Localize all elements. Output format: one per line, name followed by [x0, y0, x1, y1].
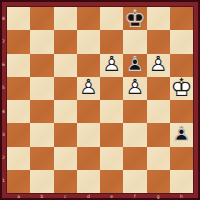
square-h7[interactable]: [170, 30, 193, 53]
file-label-f: f: [134, 194, 136, 199]
square-a2[interactable]: [7, 147, 30, 170]
square-d4[interactable]: [77, 100, 100, 123]
square-g1[interactable]: [147, 170, 170, 193]
square-b7[interactable]: [30, 30, 53, 53]
square-b6[interactable]: [30, 54, 53, 77]
piece-black-king-f8[interactable]: ♚♔: [123, 7, 146, 30]
file-label-c: c: [64, 194, 66, 199]
square-d7[interactable]: [77, 30, 100, 53]
square-b1[interactable]: [30, 170, 53, 193]
piece-black-pawn-f6[interactable]: ♟♙: [123, 54, 146, 77]
square-d1[interactable]: [77, 170, 100, 193]
square-e8[interactable]: [100, 7, 123, 30]
square-c3[interactable]: [54, 123, 77, 146]
board-frame: ♚♔♟♙♟♙♟♙♟♙♟♙♚♔♟♙ 87654321abcdefgh: [0, 0, 200, 200]
square-b4[interactable]: [30, 100, 53, 123]
square-g3[interactable]: [147, 123, 170, 146]
rank-label-6: 6: [2, 63, 5, 68]
square-f5[interactable]: ♟♙: [123, 77, 146, 100]
square-c7[interactable]: [54, 30, 77, 53]
square-b3[interactable]: [30, 123, 53, 146]
square-e6[interactable]: ♟♙: [100, 54, 123, 77]
file-label-h: h: [180, 194, 183, 199]
white-pawn-outline-icon: ♙: [125, 77, 144, 98]
black-pawn-outline-icon: ♙: [172, 124, 191, 145]
piece-black-pawn-h3[interactable]: ♟♙: [170, 123, 193, 146]
white-king-outline-icon: ♔: [170, 75, 192, 100]
square-c4[interactable]: [54, 100, 77, 123]
square-c6[interactable]: [54, 54, 77, 77]
square-a4[interactable]: [7, 100, 30, 123]
square-a1[interactable]: [7, 170, 30, 193]
black-king-outline-icon: ♔: [124, 5, 146, 30]
white-pawn-outline-icon: ♙: [149, 54, 168, 75]
square-h3[interactable]: ♟♙: [170, 123, 193, 146]
square-d2[interactable]: [77, 147, 100, 170]
square-h1[interactable]: [170, 170, 193, 193]
square-h8[interactable]: [170, 7, 193, 30]
square-e7[interactable]: [100, 30, 123, 53]
piece-white-pawn-f5[interactable]: ♟♙: [123, 77, 146, 100]
black-pawn-outline-icon: ♙: [125, 54, 144, 75]
square-d5[interactable]: ♟♙: [77, 77, 100, 100]
square-b5[interactable]: [30, 77, 53, 100]
square-a6[interactable]: [7, 54, 30, 77]
chess-board: ♚♔♟♙♟♙♟♙♟♙♟♙♚♔♟♙: [7, 7, 193, 193]
square-e2[interactable]: [100, 147, 123, 170]
rank-label-8: 8: [2, 16, 5, 21]
square-g4[interactable]: [147, 100, 170, 123]
file-label-d: d: [87, 194, 90, 199]
square-h5[interactable]: ♚♔: [170, 77, 193, 100]
rank-label-4: 4: [2, 109, 5, 114]
piece-white-pawn-e6[interactable]: ♟♙: [100, 54, 123, 77]
square-g6[interactable]: ♟♙: [147, 54, 170, 77]
square-e5[interactable]: [100, 77, 123, 100]
square-d3[interactable]: [77, 123, 100, 146]
square-c1[interactable]: [54, 170, 77, 193]
square-f7[interactable]: [123, 30, 146, 53]
square-a7[interactable]: [7, 30, 30, 53]
square-e4[interactable]: [100, 100, 123, 123]
piece-white-king-h5[interactable]: ♚♔: [170, 77, 193, 100]
square-f3[interactable]: [123, 123, 146, 146]
square-g5[interactable]: [147, 77, 170, 100]
square-h4[interactable]: [170, 100, 193, 123]
square-g2[interactable]: [147, 147, 170, 170]
file-label-b: b: [40, 194, 43, 199]
square-c5[interactable]: [54, 77, 77, 100]
square-b8[interactable]: [30, 7, 53, 30]
square-e3[interactable]: [100, 123, 123, 146]
file-label-g: g: [157, 194, 160, 199]
rank-label-3: 3: [2, 133, 5, 138]
white-pawn-outline-icon: ♙: [102, 54, 121, 75]
square-b2[interactable]: [30, 147, 53, 170]
square-a3[interactable]: [7, 123, 30, 146]
square-h2[interactable]: [170, 147, 193, 170]
rank-label-7: 7: [2, 40, 5, 45]
square-a8[interactable]: [7, 7, 30, 30]
file-label-e: e: [110, 194, 113, 199]
square-f4[interactable]: [123, 100, 146, 123]
square-d6[interactable]: [77, 54, 100, 77]
square-e1[interactable]: [100, 170, 123, 193]
piece-white-pawn-g6[interactable]: ♟♙: [147, 54, 170, 77]
rank-label-5: 5: [2, 86, 5, 91]
rank-label-2: 2: [2, 156, 5, 161]
square-f2[interactable]: [123, 147, 146, 170]
square-a5[interactable]: [7, 77, 30, 100]
square-d8[interactable]: [77, 7, 100, 30]
square-c8[interactable]: [54, 7, 77, 30]
piece-white-pawn-d5[interactable]: ♟♙: [77, 77, 100, 100]
square-f6[interactable]: ♟♙: [123, 54, 146, 77]
square-g7[interactable]: [147, 30, 170, 53]
square-f8[interactable]: ♚♔: [123, 7, 146, 30]
square-f1[interactable]: [123, 170, 146, 193]
white-pawn-outline-icon: ♙: [79, 77, 98, 98]
square-g8[interactable]: [147, 7, 170, 30]
square-c2[interactable]: [54, 147, 77, 170]
file-label-a: a: [17, 194, 20, 199]
rank-label-1: 1: [2, 179, 5, 184]
